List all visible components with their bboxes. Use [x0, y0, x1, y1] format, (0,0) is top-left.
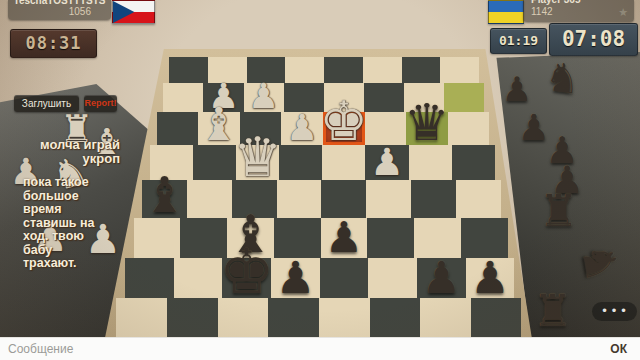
player-panel-white: TeschaTOSTTTSTS 1056 — [8, 0, 111, 20]
czech-flag-icon — [112, 0, 155, 24]
message-input[interactable]: Сообщение — [8, 338, 73, 360]
clock-white: 08:31 — [10, 29, 97, 58]
chat-line: время — [23, 203, 143, 217]
captured-piece: ♟ — [545, 132, 578, 169]
player-name-white: TeschaTOSTTTSTS — [8, 0, 111, 6]
chat-line: ставишь на — [23, 217, 143, 231]
chat-line: укроп — [14, 152, 120, 166]
star-icon: ★ — [618, 6, 628, 19]
chat-line: ход. твою — [23, 230, 143, 244]
captured-piece: ♜ — [533, 289, 572, 333]
captured-piece: ♟ — [550, 161, 584, 199]
clock-black: 07:08 — [549, 23, 638, 56]
player-panel-black: Player 365 1142 ★ — [523, 0, 634, 22]
chat-line: бабу — [23, 244, 143, 258]
player-rating-white: 1056 — [8, 6, 111, 17]
board-rim — [100, 49, 537, 343]
czech-flag-triangle — [113, 1, 154, 23]
mute-button[interactable]: Заглушить — [14, 95, 79, 112]
message-bar: Сообщение ОК — [0, 337, 640, 360]
ukraine-flag-icon — [488, 0, 524, 24]
chat-message-1: молча играй укроп — [14, 138, 120, 166]
ok-button[interactable]: ОК — [610, 338, 627, 360]
captured-piece: ♞ — [542, 56, 583, 101]
chat-line: большое — [23, 190, 143, 204]
chat-line: пока такое — [23, 176, 143, 190]
chat-line: трахают. — [23, 257, 143, 271]
chat-message-2: пока такое большое время ставишь на ход.… — [23, 176, 143, 271]
chat-line: молча играй — [14, 138, 120, 152]
captured-piece: ♜ — [539, 189, 578, 233]
captured-piece: ♞ — [575, 240, 625, 286]
captured-piece: ♟ — [518, 110, 550, 146]
report-button[interactable]: Report! — [84, 95, 117, 112]
menu-dots-button[interactable]: ••• — [592, 302, 637, 321]
move-timer-black: 01:19 — [490, 28, 547, 54]
captured-piece: ♟ — [502, 72, 532, 106]
